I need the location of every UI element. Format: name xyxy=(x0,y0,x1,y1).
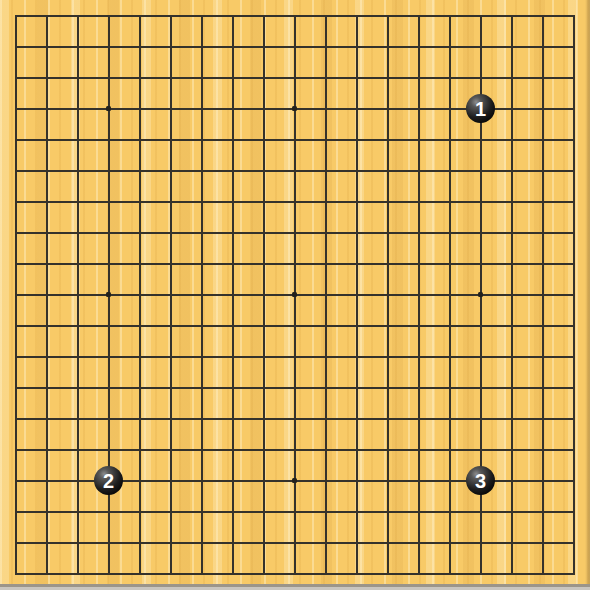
board-cell xyxy=(403,248,434,279)
board-cell xyxy=(93,124,124,155)
board-cell xyxy=(31,496,62,527)
board-cell xyxy=(155,155,186,186)
board-cell xyxy=(465,186,496,217)
board-cell xyxy=(217,31,248,62)
board-cell xyxy=(341,155,372,186)
board-cell xyxy=(0,124,31,155)
board-cell xyxy=(93,248,124,279)
star-point xyxy=(292,478,297,483)
star-point xyxy=(106,106,111,111)
board-cell xyxy=(93,434,124,465)
board-cell xyxy=(62,403,93,434)
board-cell xyxy=(62,465,93,496)
board-cell xyxy=(372,155,403,186)
board-cell xyxy=(155,93,186,124)
board-cell xyxy=(0,0,31,31)
board-cell xyxy=(403,372,434,403)
board-cell xyxy=(62,124,93,155)
board-cell xyxy=(31,341,62,372)
board-cell xyxy=(279,341,310,372)
board-cell xyxy=(310,124,341,155)
board-cell xyxy=(0,186,31,217)
board-cell xyxy=(465,279,496,310)
board-cell xyxy=(403,155,434,186)
board-cell xyxy=(62,434,93,465)
board-cell xyxy=(93,62,124,93)
board-cell xyxy=(279,0,310,31)
board-cell xyxy=(124,155,155,186)
board-cell xyxy=(124,372,155,403)
board-cell xyxy=(496,0,527,31)
board-cell xyxy=(372,0,403,31)
board-cell xyxy=(310,434,341,465)
board-cell xyxy=(279,403,310,434)
board-cell xyxy=(465,62,496,93)
board-cell xyxy=(527,93,558,124)
board-cell xyxy=(527,279,558,310)
board-cell xyxy=(434,217,465,248)
board-cell xyxy=(434,0,465,31)
board-cell xyxy=(31,31,62,62)
board-cell xyxy=(434,496,465,527)
board-cell xyxy=(0,527,31,558)
board-cell xyxy=(403,124,434,155)
board-cell xyxy=(372,62,403,93)
board-cell xyxy=(31,62,62,93)
board-cell xyxy=(403,186,434,217)
board-cell xyxy=(465,341,496,372)
board-cell xyxy=(31,124,62,155)
board-cell xyxy=(186,403,217,434)
board-cell: 3 xyxy=(465,465,496,496)
board-cell xyxy=(93,217,124,248)
board-cell xyxy=(62,527,93,558)
board-cell xyxy=(310,31,341,62)
board-cell xyxy=(341,279,372,310)
board-cell xyxy=(124,310,155,341)
board-cell xyxy=(186,496,217,527)
board-cell xyxy=(217,465,248,496)
board-cell xyxy=(62,0,93,31)
board-cell xyxy=(124,465,155,496)
board-cell xyxy=(372,93,403,124)
board-cell xyxy=(434,372,465,403)
board-cell xyxy=(124,341,155,372)
board-cell xyxy=(527,155,558,186)
board-cell xyxy=(496,465,527,496)
board-cell: 1 xyxy=(465,93,496,124)
board-cell xyxy=(496,341,527,372)
board-cell xyxy=(124,31,155,62)
board-cell xyxy=(465,496,496,527)
board-cell xyxy=(434,155,465,186)
board-cell xyxy=(124,403,155,434)
board-cell xyxy=(248,434,279,465)
board-cell xyxy=(217,0,248,31)
board-cell xyxy=(0,31,31,62)
board-cell xyxy=(0,248,31,279)
board-cell xyxy=(248,186,279,217)
board-cell xyxy=(341,465,372,496)
board-cell xyxy=(31,434,62,465)
board-cell xyxy=(527,0,558,31)
stone-black-2: 2 xyxy=(94,466,123,495)
board-cell xyxy=(403,31,434,62)
board-cell xyxy=(0,217,31,248)
board-cell xyxy=(31,403,62,434)
board-cell xyxy=(372,527,403,558)
board-cell xyxy=(279,31,310,62)
board-cell xyxy=(527,62,558,93)
board-cell xyxy=(372,279,403,310)
board-cell xyxy=(341,186,372,217)
board-cell xyxy=(0,434,31,465)
board-cell xyxy=(465,403,496,434)
board-cell xyxy=(217,279,248,310)
board-cell xyxy=(248,310,279,341)
stone-move-number: 1 xyxy=(475,98,486,118)
board-cell xyxy=(248,217,279,248)
board-cell xyxy=(372,217,403,248)
board-cell xyxy=(186,248,217,279)
board-cell xyxy=(217,496,248,527)
board-cell xyxy=(31,0,62,31)
board-cell xyxy=(186,372,217,403)
stone-black-1: 1 xyxy=(466,94,495,123)
board-cell xyxy=(465,434,496,465)
board-cell xyxy=(496,372,527,403)
board-edge-shadow-right xyxy=(585,0,590,584)
board-cell xyxy=(217,155,248,186)
board-cell xyxy=(496,62,527,93)
board-cell xyxy=(527,465,558,496)
board-cell xyxy=(124,279,155,310)
board-cell xyxy=(341,31,372,62)
board-cell xyxy=(93,372,124,403)
board-cell xyxy=(93,186,124,217)
board-cell xyxy=(403,465,434,496)
board-cell xyxy=(155,124,186,155)
board-cell xyxy=(31,217,62,248)
board-cell xyxy=(434,248,465,279)
board-cell xyxy=(527,31,558,62)
board-cell xyxy=(186,279,217,310)
board-cell xyxy=(124,62,155,93)
board-cell xyxy=(217,341,248,372)
board-cell xyxy=(62,496,93,527)
board-cell xyxy=(372,310,403,341)
board-cell xyxy=(372,248,403,279)
board-cell xyxy=(0,310,31,341)
board-cell xyxy=(279,372,310,403)
board-cell xyxy=(279,527,310,558)
board-cell xyxy=(527,496,558,527)
board-cell xyxy=(31,93,62,124)
board-cell xyxy=(496,155,527,186)
board-cell xyxy=(403,434,434,465)
board-cell xyxy=(0,341,31,372)
board-cell xyxy=(465,527,496,558)
board-cell xyxy=(310,403,341,434)
board-cell xyxy=(124,124,155,155)
board-cell xyxy=(434,186,465,217)
board-cell xyxy=(248,124,279,155)
board-cell xyxy=(279,62,310,93)
stone-move-number: 2 xyxy=(103,470,114,490)
board-cell xyxy=(527,310,558,341)
board-cell xyxy=(186,93,217,124)
board-cell xyxy=(310,341,341,372)
board-cell xyxy=(155,62,186,93)
board-cell xyxy=(310,496,341,527)
board-cell xyxy=(155,465,186,496)
board-cell xyxy=(496,124,527,155)
board-cell xyxy=(155,0,186,31)
board-cell xyxy=(62,310,93,341)
board-cell xyxy=(496,93,527,124)
board-cell xyxy=(341,434,372,465)
board-cell xyxy=(403,496,434,527)
board-cell xyxy=(124,93,155,124)
board-cell xyxy=(31,155,62,186)
board-cell xyxy=(403,403,434,434)
board-cell xyxy=(93,155,124,186)
board-cell xyxy=(31,279,62,310)
board-cell xyxy=(496,279,527,310)
board-cell xyxy=(403,527,434,558)
board-cell xyxy=(372,124,403,155)
board-cell xyxy=(372,496,403,527)
board-cell xyxy=(465,217,496,248)
board-cell xyxy=(217,248,248,279)
board-cell xyxy=(310,372,341,403)
board-cell xyxy=(279,186,310,217)
board-cell xyxy=(248,248,279,279)
board-cell xyxy=(527,434,558,465)
board-cell xyxy=(62,155,93,186)
board-cell xyxy=(217,527,248,558)
board-cell xyxy=(0,372,31,403)
board-cell xyxy=(341,217,372,248)
board-cell xyxy=(248,31,279,62)
board-cell xyxy=(155,434,186,465)
board-cell xyxy=(217,434,248,465)
board-cell xyxy=(93,496,124,527)
board-cell xyxy=(496,217,527,248)
board-cell xyxy=(434,93,465,124)
board-cell xyxy=(434,434,465,465)
board-cell xyxy=(186,186,217,217)
board-cell xyxy=(124,186,155,217)
board-cell xyxy=(62,341,93,372)
board-cell xyxy=(372,186,403,217)
board-grid: 123 xyxy=(0,0,589,589)
board-cell xyxy=(248,93,279,124)
board-cell xyxy=(310,279,341,310)
board-cell xyxy=(341,93,372,124)
board-cell xyxy=(341,341,372,372)
board-cell xyxy=(310,310,341,341)
board-cell xyxy=(496,186,527,217)
board-cell xyxy=(372,465,403,496)
board-cell xyxy=(434,310,465,341)
board-cell xyxy=(527,124,558,155)
board-cell xyxy=(496,248,527,279)
board-cell xyxy=(496,31,527,62)
board-cell xyxy=(496,527,527,558)
board-cell xyxy=(403,0,434,31)
board-cell xyxy=(186,341,217,372)
board-cell xyxy=(341,496,372,527)
board-cell xyxy=(465,31,496,62)
star-point xyxy=(478,292,483,297)
board-cell xyxy=(155,279,186,310)
board-cell xyxy=(341,310,372,341)
board-cell xyxy=(248,0,279,31)
board-cell xyxy=(279,124,310,155)
board-cell xyxy=(248,341,279,372)
board-cell xyxy=(93,0,124,31)
board-cell xyxy=(527,341,558,372)
board-cell xyxy=(372,434,403,465)
board-cell xyxy=(124,527,155,558)
board-cell xyxy=(310,217,341,248)
board-cell xyxy=(155,372,186,403)
board-cell xyxy=(217,372,248,403)
board-cell xyxy=(0,155,31,186)
stone-move-number: 3 xyxy=(475,470,486,490)
board-cell xyxy=(372,31,403,62)
board-cell xyxy=(155,31,186,62)
board-cell xyxy=(341,372,372,403)
star-point xyxy=(292,292,297,297)
board-cell xyxy=(31,372,62,403)
board-cell xyxy=(248,155,279,186)
board-cell xyxy=(248,496,279,527)
board-cell xyxy=(310,62,341,93)
board-cell xyxy=(310,155,341,186)
board-cell xyxy=(155,248,186,279)
board-cell xyxy=(279,217,310,248)
board-cell xyxy=(186,434,217,465)
board-cell xyxy=(217,124,248,155)
board-cell xyxy=(434,527,465,558)
board-cell xyxy=(403,310,434,341)
board-cell xyxy=(434,62,465,93)
board-cell xyxy=(0,93,31,124)
board-cell xyxy=(62,93,93,124)
board-cell xyxy=(527,403,558,434)
board-cell xyxy=(93,31,124,62)
board-cell xyxy=(124,217,155,248)
board-cell xyxy=(310,93,341,124)
board-cell xyxy=(403,341,434,372)
board-cell xyxy=(155,496,186,527)
board-cell xyxy=(279,434,310,465)
board-cell xyxy=(310,527,341,558)
board-cell xyxy=(93,310,124,341)
board-cell xyxy=(310,248,341,279)
board-cell xyxy=(496,310,527,341)
board-cell xyxy=(155,310,186,341)
board-cell xyxy=(527,527,558,558)
star-point xyxy=(292,106,297,111)
board-cell xyxy=(496,496,527,527)
board-cell xyxy=(248,372,279,403)
board-edge-shadow-bottom xyxy=(0,584,590,590)
board-cell xyxy=(0,465,31,496)
board-cell xyxy=(186,465,217,496)
board-cell xyxy=(62,279,93,310)
board-cell xyxy=(31,310,62,341)
board-cell xyxy=(186,124,217,155)
star-point xyxy=(106,292,111,297)
board-cell xyxy=(403,93,434,124)
board-cell xyxy=(186,62,217,93)
stone-black-3: 3 xyxy=(466,466,495,495)
board-cell xyxy=(155,403,186,434)
board-cell xyxy=(310,0,341,31)
board-cell xyxy=(341,62,372,93)
board-cell xyxy=(403,62,434,93)
board-cell xyxy=(403,217,434,248)
board-cell xyxy=(217,93,248,124)
board-cell xyxy=(186,31,217,62)
board-cell xyxy=(0,496,31,527)
board-cell xyxy=(124,496,155,527)
board-cell xyxy=(434,341,465,372)
board-cell xyxy=(279,155,310,186)
board-cell xyxy=(279,279,310,310)
board-cell xyxy=(341,248,372,279)
board-cell xyxy=(155,186,186,217)
board-cell xyxy=(155,217,186,248)
board-cell xyxy=(465,310,496,341)
board-cell xyxy=(248,279,279,310)
board-cell xyxy=(434,403,465,434)
board-cell xyxy=(217,186,248,217)
board-cell xyxy=(434,124,465,155)
board-cell xyxy=(248,465,279,496)
board-cell xyxy=(93,279,124,310)
board-cell xyxy=(124,434,155,465)
board-cell xyxy=(124,248,155,279)
go-board: 123 xyxy=(0,0,590,590)
board-cell xyxy=(372,341,403,372)
board-cell xyxy=(186,310,217,341)
board-cell xyxy=(217,403,248,434)
board-cell xyxy=(217,310,248,341)
board-cell xyxy=(403,279,434,310)
board-cell xyxy=(62,248,93,279)
board-cell xyxy=(465,155,496,186)
board-cell xyxy=(527,248,558,279)
board-cell xyxy=(155,527,186,558)
board-cell xyxy=(341,527,372,558)
board-cell xyxy=(62,62,93,93)
board-cell xyxy=(31,527,62,558)
board-cell xyxy=(62,372,93,403)
board-cell xyxy=(0,62,31,93)
board-cell xyxy=(31,248,62,279)
board-cell xyxy=(341,403,372,434)
board-cell xyxy=(465,124,496,155)
board-cell xyxy=(155,341,186,372)
board-cell xyxy=(310,465,341,496)
board-cell xyxy=(434,279,465,310)
board-cell xyxy=(434,31,465,62)
board-cell xyxy=(248,62,279,93)
